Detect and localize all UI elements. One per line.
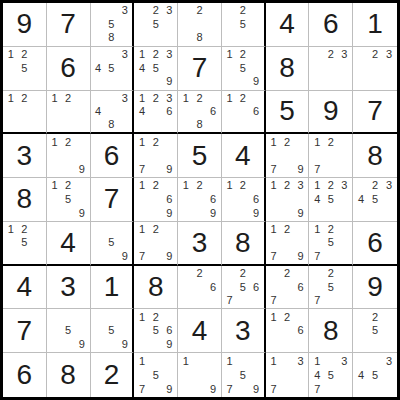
candidate-digit bbox=[163, 310, 177, 324]
cell-r4c7[interactable]: 1279 bbox=[266, 134, 310, 178]
candidate-grid: 126 bbox=[267, 310, 308, 351]
candidate-digit: 1 bbox=[135, 48, 149, 62]
candidate-digit bbox=[135, 75, 149, 89]
candidate-digit: 2 bbox=[61, 135, 75, 149]
candidate-digit bbox=[179, 382, 193, 396]
candidate-digit bbox=[382, 193, 396, 207]
cell-value: 9 bbox=[353, 266, 397, 309]
candidate-digit bbox=[280, 193, 294, 207]
cell-r1c4[interactable]: 235 bbox=[134, 3, 178, 47]
cell-r9c3[interactable]: 2 bbox=[91, 353, 135, 397]
candidate-digit: 4 bbox=[92, 61, 105, 75]
cell-r7c5[interactable]: 26 bbox=[178, 266, 222, 310]
candidate-digit bbox=[48, 149, 62, 163]
cell-r3c9[interactable]: 7 bbox=[353, 91, 397, 135]
candidate-digit: 5 bbox=[105, 236, 118, 249]
candidate-grid: 1269 bbox=[223, 179, 263, 220]
candidate-grid: 1257 bbox=[310, 223, 351, 263]
candidate-digit bbox=[310, 206, 324, 220]
cell-r4c4[interactable]: 1279 bbox=[134, 134, 178, 178]
candidate-digit bbox=[206, 4, 220, 18]
candidate-grid: 12346 bbox=[135, 92, 176, 132]
cell-r9c1[interactable]: 6 bbox=[3, 353, 47, 397]
candidate-digit bbox=[92, 92, 105, 105]
candidate-digit: 9 bbox=[206, 206, 220, 220]
candidate-digit: 2 bbox=[149, 4, 163, 18]
cell-r8c3[interactable]: 59 bbox=[91, 309, 135, 353]
candidate-grid: 2345 bbox=[354, 179, 396, 220]
candidate-grid: 123459 bbox=[135, 48, 176, 89]
candidate-digit bbox=[382, 310, 396, 324]
candidate-digit bbox=[163, 368, 177, 382]
candidate-digit bbox=[105, 338, 118, 352]
cell-r4c8[interactable]: 127 bbox=[309, 134, 353, 178]
candidate-digit: 1 bbox=[267, 135, 281, 149]
candidate-digit bbox=[294, 236, 308, 249]
candidate-digit bbox=[4, 249, 18, 262]
candidate-digit: 2 bbox=[280, 310, 294, 324]
cell-r6c4[interactable]: 1279 bbox=[134, 222, 178, 266]
candidate-digit: 6 bbox=[206, 105, 220, 118]
candidate-digit bbox=[338, 382, 352, 396]
candidate-digit bbox=[368, 354, 382, 368]
candidate-grid: 257 bbox=[310, 267, 351, 308]
candidate-digit: 1 bbox=[310, 354, 324, 368]
candidate-grid: 137 bbox=[267, 354, 308, 396]
cell-r5c9[interactable]: 2345 bbox=[353, 178, 397, 222]
candidate-digit bbox=[223, 61, 236, 75]
cell-value: 8 bbox=[353, 134, 397, 177]
cell-r5c1[interactable]: 8 bbox=[3, 178, 47, 222]
cell-r2c8[interactable]: 23 bbox=[309, 47, 353, 91]
cell-r9c9[interactable]: 345 bbox=[353, 353, 397, 397]
candidate-digit bbox=[135, 368, 149, 382]
candidate-digit bbox=[267, 193, 281, 207]
cell-r4c9[interactable]: 8 bbox=[353, 134, 397, 178]
candidate-digit bbox=[75, 118, 89, 131]
cell-r4c6[interactable]: 4 bbox=[222, 134, 266, 178]
cell-value: 4 bbox=[3, 266, 46, 309]
cell-r3c3[interactable]: 348 bbox=[91, 91, 135, 135]
candidate-digit bbox=[118, 61, 131, 75]
candidate-digit bbox=[294, 294, 308, 308]
cell-r9c4[interactable]: 1579 bbox=[134, 353, 178, 397]
candidate-digit bbox=[280, 368, 294, 382]
candidate-digit bbox=[324, 61, 338, 75]
candidate-digit bbox=[267, 324, 281, 338]
candidate-grid: 19 bbox=[179, 354, 220, 396]
candidate-digit bbox=[135, 338, 149, 352]
candidate-digit: 1 bbox=[135, 310, 149, 324]
candidate-digit bbox=[280, 324, 294, 338]
candidate-digit: 7 bbox=[267, 249, 281, 262]
cell-r8c4[interactable]: 12569 bbox=[134, 309, 178, 353]
cell-value: 8 bbox=[3, 178, 46, 221]
cell-r8c1[interactable]: 7 bbox=[3, 309, 47, 353]
cell-value: 3 bbox=[178, 222, 221, 264]
candidate-digit: 1 bbox=[310, 135, 324, 149]
cell-r2c9[interactable]: 23 bbox=[353, 47, 397, 91]
cell-r2c6[interactable]: 1259 bbox=[222, 47, 266, 91]
candidate-digit bbox=[48, 163, 62, 177]
candidate-digit bbox=[223, 18, 236, 32]
candidate-digit: 2 bbox=[149, 92, 163, 105]
candidate-grid: 12345 bbox=[310, 179, 351, 220]
candidate-grid: 13457 bbox=[310, 354, 351, 396]
cell-r4c1[interactable]: 3 bbox=[3, 134, 47, 178]
candidate-digit: 7 bbox=[267, 382, 281, 396]
candidate-digit bbox=[149, 338, 163, 352]
candidate-digit bbox=[310, 48, 324, 62]
candidate-digit bbox=[179, 294, 193, 308]
candidate-digit bbox=[338, 206, 352, 220]
candidate-digit bbox=[105, 92, 118, 105]
candidate-digit bbox=[48, 105, 62, 118]
candidate-digit bbox=[249, 294, 262, 308]
candidate-digit: 7 bbox=[310, 382, 324, 396]
candidate-digit bbox=[294, 267, 308, 281]
candidate-digit bbox=[368, 206, 382, 220]
cell-r2c3[interactable]: 345 bbox=[91, 47, 135, 91]
cell-r1c5[interactable]: 28 bbox=[178, 3, 222, 47]
cell-value: 1 bbox=[91, 266, 133, 309]
cell-r2c5[interactable]: 7 bbox=[178, 47, 222, 91]
cell-r2c4[interactable]: 123459 bbox=[134, 47, 178, 91]
cell-r6c8[interactable]: 1257 bbox=[309, 222, 353, 266]
candidate-grid: 127 bbox=[310, 135, 351, 176]
candidate-digit: 2 bbox=[324, 223, 338, 236]
candidate-digit bbox=[31, 61, 45, 75]
candidate-digit bbox=[354, 61, 368, 75]
candidate-digit bbox=[179, 31, 193, 45]
cell-r5c2[interactable]: 1259 bbox=[47, 178, 91, 222]
cell-r6c3[interactable]: 59 bbox=[91, 222, 135, 266]
candidate-digit: 8 bbox=[193, 31, 207, 45]
candidate-digit bbox=[236, 105, 249, 118]
candidate-digit bbox=[18, 75, 32, 89]
candidate-digit: 3 bbox=[118, 48, 131, 62]
cell-r3c5[interactable]: 1268 bbox=[178, 91, 222, 135]
cell-r9c2[interactable]: 8 bbox=[47, 353, 91, 397]
candidate-digit bbox=[324, 75, 338, 89]
candidate-digit: 3 bbox=[163, 48, 177, 62]
cell-r8c2[interactable]: 59 bbox=[47, 309, 91, 353]
cell-r7c6[interactable]: 2567 bbox=[222, 266, 266, 310]
candidate-digit bbox=[193, 294, 207, 308]
candidate-digit bbox=[163, 135, 177, 149]
candidate-digit bbox=[280, 354, 294, 368]
candidate-digit bbox=[280, 206, 294, 220]
candidate-digit: 1 bbox=[48, 135, 62, 149]
candidate-digit bbox=[75, 310, 89, 324]
cell-r6c7[interactable]: 1279 bbox=[266, 222, 310, 266]
candidate-digit: 9 bbox=[249, 75, 262, 89]
cell-r1c1[interactable]: 9 bbox=[3, 3, 47, 47]
candidate-digit bbox=[249, 48, 262, 62]
cell-r5c8[interactable]: 12345 bbox=[309, 178, 353, 222]
cell-value: 2 bbox=[91, 353, 133, 397]
cell-r7c7[interactable]: 267 bbox=[266, 266, 310, 310]
cell-r3c4[interactable]: 12346 bbox=[134, 91, 178, 135]
candidate-digit: 2 bbox=[324, 48, 338, 62]
cell-value: 4 bbox=[47, 222, 90, 264]
candidate-digit bbox=[382, 324, 396, 338]
cell-r5c4[interactable]: 1269 bbox=[134, 178, 178, 222]
cell-r5c7[interactable]: 1239 bbox=[266, 178, 310, 222]
candidate-digit bbox=[118, 223, 131, 236]
candidate-grid: 59 bbox=[92, 310, 132, 351]
candidate-grid: 1279 bbox=[135, 223, 176, 263]
cell-r3c8[interactable]: 9 bbox=[309, 91, 353, 135]
candidate-digit bbox=[92, 31, 105, 45]
cell-r6c9[interactable]: 6 bbox=[353, 222, 397, 266]
candidate-digit bbox=[92, 75, 105, 89]
candidate-digit bbox=[338, 368, 352, 382]
cell-r9c6[interactable]: 1579 bbox=[222, 353, 266, 397]
cell-r1c9[interactable]: 1 bbox=[353, 3, 397, 47]
candidate-digit bbox=[338, 280, 352, 294]
cell-value: 3 bbox=[222, 309, 264, 352]
candidate-digit: 3 bbox=[338, 179, 352, 193]
candidate-digit bbox=[338, 135, 352, 149]
candidate-digit bbox=[223, 75, 236, 89]
cell-value: 8 bbox=[309, 309, 352, 352]
candidate-digit bbox=[294, 382, 308, 396]
candidate-digit bbox=[31, 223, 45, 236]
candidate-digit bbox=[310, 236, 324, 249]
candidate-digit: 5 bbox=[236, 61, 249, 75]
cell-r1c7[interactable]: 4 bbox=[266, 3, 310, 47]
candidate-digit: 4 bbox=[310, 368, 324, 382]
cell-r1c6[interactable]: 25 bbox=[222, 3, 266, 47]
candidate-digit bbox=[280, 163, 294, 177]
candidate-digit bbox=[31, 48, 45, 62]
cell-r2c7[interactable]: 8 bbox=[266, 47, 310, 91]
candidate-grid: 23 bbox=[354, 48, 396, 89]
candidate-digit bbox=[324, 294, 338, 308]
cell-r7c1[interactable]: 4 bbox=[3, 266, 47, 310]
cell-value: 5 bbox=[178, 134, 221, 177]
cell-r9c8[interactable]: 13457 bbox=[309, 353, 353, 397]
candidate-digit: 3 bbox=[294, 354, 308, 368]
candidate-digit bbox=[280, 236, 294, 249]
candidate-digit bbox=[249, 354, 262, 368]
candidate-digit: 4 bbox=[135, 105, 149, 118]
candidate-digit bbox=[324, 206, 338, 220]
candidate-digit: 2 bbox=[193, 92, 207, 105]
cell-r1c8[interactable]: 6 bbox=[309, 3, 353, 47]
candidate-digit: 8 bbox=[193, 118, 207, 131]
cell-r8c9[interactable]: 25 bbox=[353, 309, 397, 353]
candidate-digit: 6 bbox=[163, 193, 177, 207]
candidate-grid: 1279 bbox=[267, 223, 308, 263]
cell-r5c6[interactable]: 1269 bbox=[222, 178, 266, 222]
cell-r3c7[interactable]: 5 bbox=[266, 91, 310, 135]
candidate-digit bbox=[163, 18, 177, 32]
candidate-digit bbox=[368, 382, 382, 396]
cell-r7c4[interactable]: 8 bbox=[134, 266, 178, 310]
candidate-digit: 9 bbox=[75, 338, 89, 352]
candidate-digit bbox=[267, 338, 281, 352]
cell-r4c5[interactable]: 5 bbox=[178, 134, 222, 178]
candidate-digit bbox=[92, 324, 105, 338]
candidate-digit bbox=[236, 75, 249, 89]
cell-r3c2[interactable]: 12 bbox=[47, 91, 91, 135]
candidate-digit: 2 bbox=[324, 267, 338, 281]
candidate-digit: 9 bbox=[163, 249, 177, 262]
candidate-digit: 8 bbox=[105, 31, 118, 45]
candidate-digit bbox=[163, 354, 177, 368]
candidate-digit bbox=[324, 163, 338, 177]
candidate-digit bbox=[179, 4, 193, 18]
candidate-digit: 1 bbox=[310, 223, 324, 236]
candidate-digit: 2 bbox=[236, 48, 249, 62]
cell-value: 3 bbox=[3, 134, 46, 177]
candidate-digit: 5 bbox=[149, 324, 163, 338]
candidate-digit bbox=[310, 280, 324, 294]
candidate-digit bbox=[223, 193, 236, 207]
candidate-digit: 5 bbox=[105, 18, 118, 32]
candidate-digit: 3 bbox=[338, 354, 352, 368]
cell-r8c7[interactable]: 126 bbox=[266, 309, 310, 353]
candidate-digit bbox=[61, 149, 75, 163]
candidate-digit bbox=[354, 75, 368, 89]
candidate-digit bbox=[193, 280, 207, 294]
candidate-digit: 6 bbox=[294, 280, 308, 294]
candidate-digit bbox=[324, 354, 338, 368]
candidate-digit: 5 bbox=[236, 280, 249, 294]
candidate-digit: 2 bbox=[236, 267, 249, 281]
candidate-grid: 235 bbox=[135, 4, 176, 45]
candidate-digit bbox=[324, 149, 338, 163]
candidate-digit: 2 bbox=[324, 179, 338, 193]
cell-value: 7 bbox=[3, 309, 46, 352]
cell-r6c2[interactable]: 4 bbox=[47, 222, 91, 266]
candidate-digit bbox=[92, 118, 105, 131]
candidate-digit: 9 bbox=[75, 206, 89, 220]
candidate-digit bbox=[4, 118, 18, 131]
cell-r8c5[interactable]: 4 bbox=[178, 309, 222, 353]
candidate-digit bbox=[206, 354, 220, 368]
candidate-digit bbox=[135, 118, 149, 131]
candidate-digit bbox=[135, 206, 149, 220]
candidate-digit bbox=[193, 382, 207, 396]
candidate-grid: 1239 bbox=[267, 179, 308, 220]
cell-r1c2[interactable]: 7 bbox=[47, 3, 91, 47]
cell-r6c6[interactable]: 8 bbox=[222, 222, 266, 266]
candidate-digit: 6 bbox=[206, 193, 220, 207]
candidate-digit bbox=[135, 31, 149, 45]
candidate-digit: 2 bbox=[193, 179, 207, 193]
candidate-digit bbox=[338, 223, 352, 236]
candidate-digit bbox=[206, 92, 220, 105]
candidate-grid: 1259 bbox=[48, 179, 89, 220]
candidate-grid: 129 bbox=[48, 135, 89, 176]
candidate-digit: 9 bbox=[294, 249, 308, 262]
candidate-digit bbox=[249, 4, 262, 18]
cell-r9c5[interactable]: 19 bbox=[178, 353, 222, 397]
candidate-digit bbox=[118, 118, 131, 131]
cell-r7c3[interactable]: 1 bbox=[91, 266, 135, 310]
candidate-digit: 5 bbox=[61, 193, 75, 207]
candidate-digit bbox=[105, 48, 118, 62]
cell-r3c6[interactable]: 126 bbox=[222, 91, 266, 135]
cell-r6c5[interactable]: 3 bbox=[178, 222, 222, 266]
candidate-digit bbox=[92, 310, 105, 324]
candidate-digit bbox=[236, 31, 249, 45]
candidate-digit: 7 bbox=[310, 249, 324, 262]
candidate-digit bbox=[206, 118, 220, 131]
candidate-digit bbox=[193, 105, 207, 118]
candidate-grid: 1279 bbox=[135, 135, 176, 176]
candidate-digit bbox=[92, 18, 105, 32]
candidate-digit bbox=[193, 18, 207, 32]
candidate-digit: 7 bbox=[135, 382, 149, 396]
candidate-digit bbox=[61, 105, 75, 118]
cell-value: 8 bbox=[134, 266, 177, 309]
cell-r4c2[interactable]: 129 bbox=[47, 134, 91, 178]
candidate-digit: 9 bbox=[163, 163, 177, 177]
cell-r7c2[interactable]: 3 bbox=[47, 266, 91, 310]
candidate-grid: 348 bbox=[92, 92, 132, 132]
candidate-digit bbox=[149, 354, 163, 368]
cell-value: 4 bbox=[178, 309, 221, 352]
candidate-digit: 5 bbox=[105, 324, 118, 338]
cell-r6c1[interactable]: 125 bbox=[3, 222, 47, 266]
cell-r8c8[interactable]: 8 bbox=[309, 309, 353, 353]
candidate-digit bbox=[92, 4, 105, 18]
cell-r5c3[interactable]: 7 bbox=[91, 178, 135, 222]
candidate-digit: 7 bbox=[135, 249, 149, 262]
candidate-digit bbox=[4, 236, 18, 249]
candidate-digit: 2 bbox=[149, 310, 163, 324]
cell-r2c1[interactable]: 125 bbox=[3, 47, 47, 91]
candidate-digit bbox=[118, 31, 131, 45]
candidate-digit bbox=[354, 206, 368, 220]
candidate-digit: 5 bbox=[236, 18, 249, 32]
candidate-digit: 7 bbox=[223, 294, 236, 308]
cell-r3c1[interactable]: 12 bbox=[3, 91, 47, 135]
candidate-digit bbox=[135, 236, 149, 249]
candidate-digit: 2 bbox=[61, 179, 75, 193]
cell-r4c3[interactable]: 6 bbox=[91, 134, 135, 178]
candidate-digit bbox=[193, 206, 207, 220]
candidate-digit bbox=[206, 18, 220, 32]
candidate-digit: 3 bbox=[118, 92, 131, 105]
cell-r8c6[interactable]: 3 bbox=[222, 309, 266, 353]
candidate-digit bbox=[75, 105, 89, 118]
candidate-digit bbox=[105, 249, 118, 262]
candidate-digit bbox=[223, 105, 236, 118]
candidate-digit bbox=[236, 354, 249, 368]
candidate-digit: 7 bbox=[267, 294, 281, 308]
candidate-digit: 8 bbox=[105, 118, 118, 131]
cell-r7c8[interactable]: 257 bbox=[309, 266, 353, 310]
candidate-grid: 345 bbox=[354, 354, 396, 396]
candidate-digit bbox=[354, 338, 368, 352]
candidate-digit: 2 bbox=[149, 135, 163, 149]
cell-r1c3[interactable]: 358 bbox=[91, 3, 135, 47]
candidate-digit bbox=[223, 31, 236, 45]
candidate-digit: 2 bbox=[18, 92, 32, 105]
cell-r9c7[interactable]: 137 bbox=[266, 353, 310, 397]
cell-r2c2[interactable]: 6 bbox=[47, 47, 91, 91]
cell-r7c9[interactable]: 9 bbox=[353, 266, 397, 310]
candidate-digit bbox=[75, 135, 89, 149]
candidate-digit bbox=[135, 324, 149, 338]
cell-r5c5[interactable]: 1269 bbox=[178, 178, 222, 222]
candidate-digit: 5 bbox=[368, 193, 382, 207]
